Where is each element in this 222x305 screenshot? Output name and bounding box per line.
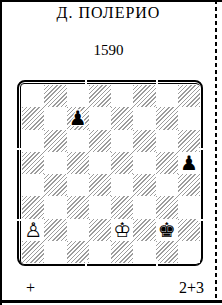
square-c7: ♟ bbox=[67, 107, 89, 129]
square-d6 bbox=[89, 130, 111, 152]
square-d5 bbox=[89, 152, 111, 174]
square-b3 bbox=[44, 196, 66, 218]
square-f4 bbox=[133, 174, 155, 196]
square-a3 bbox=[22, 196, 44, 218]
chess-board: ♟♟♙♔♚ bbox=[17, 80, 203, 266]
border-tick bbox=[156, 80, 158, 86]
square-b8 bbox=[44, 85, 66, 107]
square-f1 bbox=[133, 241, 155, 263]
square-d3 bbox=[89, 196, 111, 218]
composer-title: Д. ПОЛЕРИО bbox=[2, 4, 215, 22]
square-f6 bbox=[133, 130, 155, 152]
page-border-top bbox=[0, 0, 222, 2]
piece-black-pawn: ♟ bbox=[180, 152, 198, 174]
square-e6 bbox=[111, 130, 133, 152]
square-g5 bbox=[156, 152, 178, 174]
square-e5 bbox=[111, 152, 133, 174]
square-h5: ♟ bbox=[178, 152, 200, 174]
square-a8 bbox=[22, 85, 44, 107]
square-b6 bbox=[44, 130, 66, 152]
square-b5 bbox=[44, 152, 66, 174]
square-h2 bbox=[178, 219, 200, 241]
composition-year: 1590 bbox=[2, 42, 215, 59]
piece-black-pawn: ♟ bbox=[69, 107, 87, 129]
book-diagram-page: Д. ПОЛЕРИО 1590 ♟♟♙♔♚ + 2+3 bbox=[0, 0, 222, 305]
border-tick bbox=[17, 148, 23, 150]
square-g2: ♚ bbox=[156, 219, 178, 241]
page-border-right-dashed bbox=[215, 0, 217, 301]
square-b7 bbox=[44, 107, 66, 129]
square-a6 bbox=[22, 130, 44, 152]
square-f3 bbox=[133, 196, 155, 218]
square-g3 bbox=[156, 196, 178, 218]
square-c6 bbox=[67, 130, 89, 152]
board-inner-frame: ♟♟♙♔♚ bbox=[20, 83, 200, 265]
square-g6 bbox=[156, 130, 178, 152]
square-b2 bbox=[44, 219, 66, 241]
square-g1 bbox=[156, 241, 178, 263]
square-b1 bbox=[44, 241, 66, 263]
square-h1 bbox=[178, 241, 200, 263]
square-c2 bbox=[67, 219, 89, 241]
square-f2 bbox=[133, 219, 155, 241]
square-c5 bbox=[67, 152, 89, 174]
square-b4 bbox=[44, 174, 66, 196]
square-h7 bbox=[178, 107, 200, 129]
square-f8 bbox=[133, 85, 155, 107]
square-a4 bbox=[22, 174, 44, 196]
border-tick bbox=[85, 80, 87, 86]
border-tick bbox=[85, 260, 87, 266]
square-h3 bbox=[178, 196, 200, 218]
square-e8 bbox=[111, 85, 133, 107]
square-e7 bbox=[111, 107, 133, 129]
border-tick bbox=[156, 260, 158, 266]
stipulation-white-wins: + bbox=[26, 279, 35, 297]
square-d1 bbox=[89, 241, 111, 263]
page-border-bottom bbox=[0, 300, 222, 303]
square-f7 bbox=[133, 107, 155, 129]
square-e4 bbox=[111, 174, 133, 196]
square-a5 bbox=[22, 152, 44, 174]
border-tick bbox=[197, 219, 203, 221]
piece-black-king: ♚ bbox=[158, 219, 176, 241]
square-c3 bbox=[67, 196, 89, 218]
border-tick bbox=[17, 219, 23, 221]
square-g7 bbox=[156, 107, 178, 129]
square-e1 bbox=[111, 241, 133, 263]
square-a2: ♙ bbox=[22, 219, 44, 241]
border-tick bbox=[197, 148, 203, 150]
square-e2: ♔ bbox=[111, 219, 133, 241]
square-d7 bbox=[89, 107, 111, 129]
square-g8 bbox=[156, 85, 178, 107]
material-count: 2+3 bbox=[140, 279, 204, 297]
square-f5 bbox=[133, 152, 155, 174]
square-h8 bbox=[178, 85, 200, 107]
square-d4 bbox=[89, 174, 111, 196]
square-a7 bbox=[22, 107, 44, 129]
square-h4 bbox=[178, 174, 200, 196]
square-d2 bbox=[89, 219, 111, 241]
square-c8 bbox=[67, 85, 89, 107]
square-g4 bbox=[156, 174, 178, 196]
square-a1 bbox=[22, 241, 44, 263]
square-c4 bbox=[67, 174, 89, 196]
square-e3 bbox=[111, 196, 133, 218]
piece-white-king: ♔ bbox=[113, 219, 131, 241]
piece-white-pawn: ♙ bbox=[24, 219, 42, 241]
square-d8 bbox=[89, 85, 111, 107]
board-grid: ♟♟♙♔♚ bbox=[22, 85, 198, 263]
